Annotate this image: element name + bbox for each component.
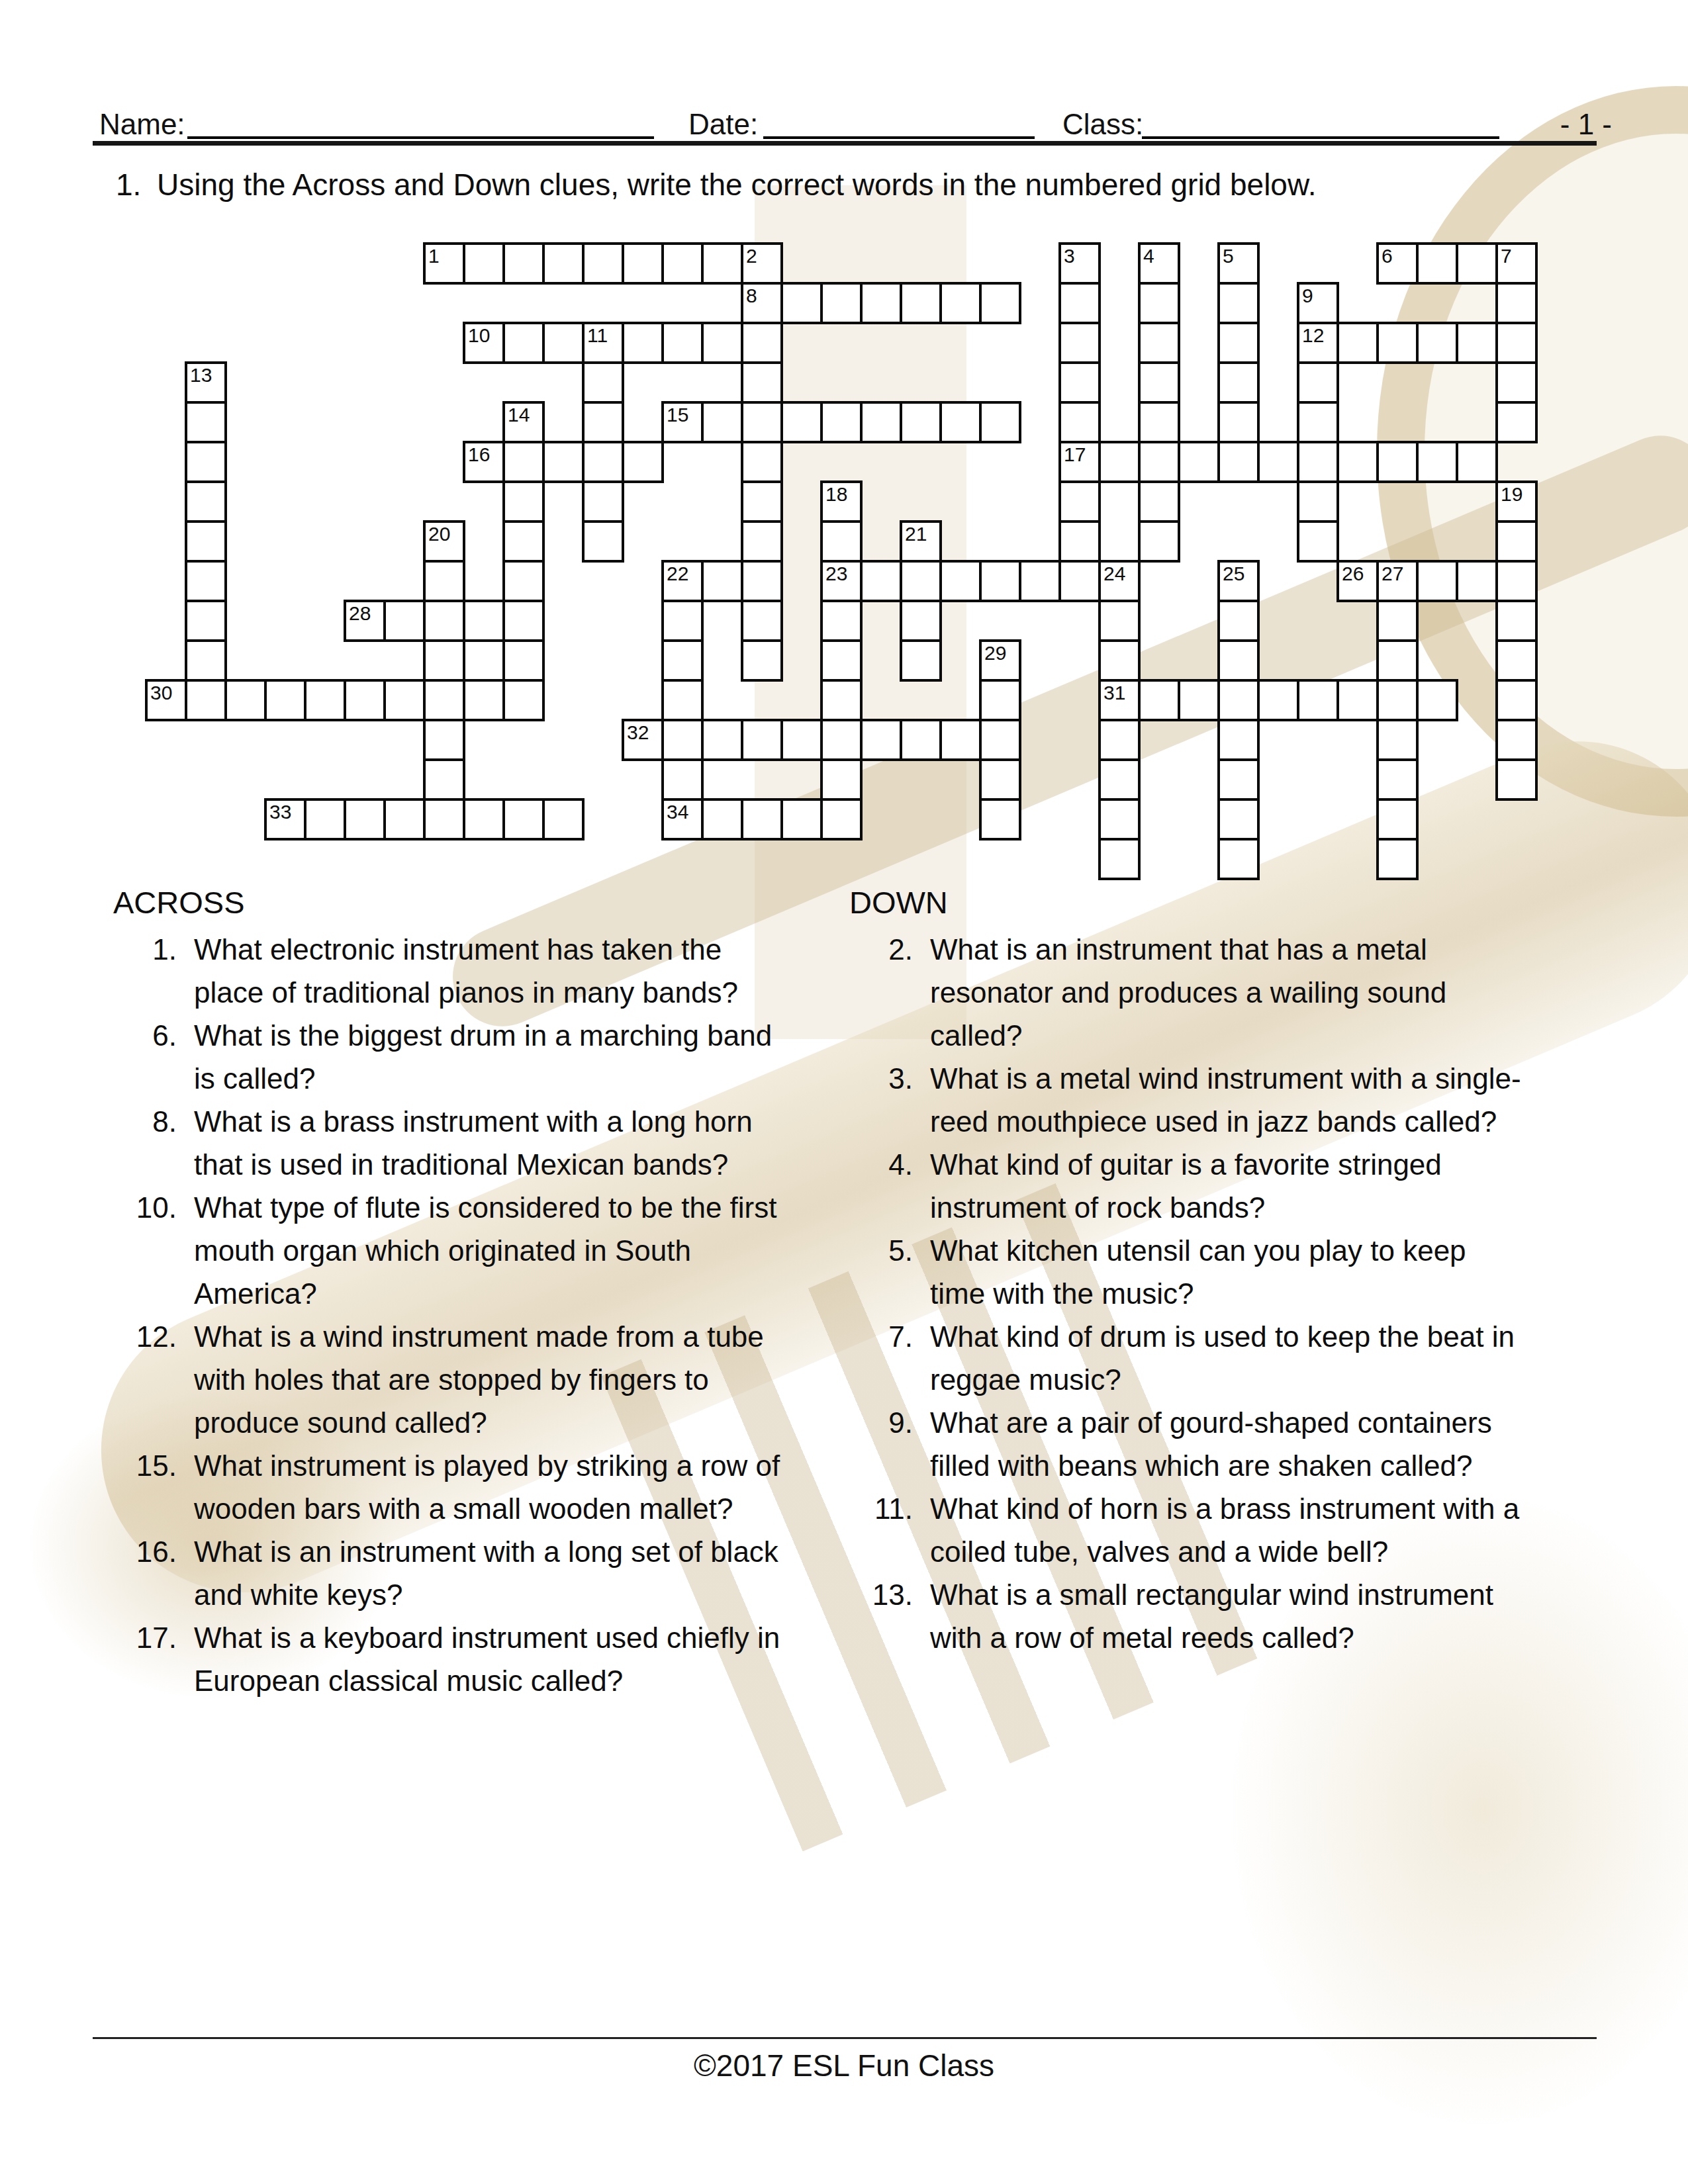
grid-cell[interactable]: [741, 520, 783, 563]
grid-cell[interactable]: [224, 679, 267, 721]
class-label: Class:: [1062, 108, 1143, 141]
grid-cell[interactable]: [423, 719, 465, 761]
clue-text: What are a pair of gourd-shaped containe…: [930, 1401, 1526, 1487]
grid-cell[interactable]: [542, 242, 585, 285]
grid-cell[interactable]: [185, 679, 227, 721]
date-input-line[interactable]: [763, 99, 1035, 139]
class-input-line[interactable]: [1142, 99, 1499, 139]
grid-cell[interactable]: 3: [1058, 242, 1101, 285]
grid-cell[interactable]: [1336, 679, 1379, 721]
grid-cell[interactable]: [701, 798, 743, 841]
grid-cell[interactable]: [1297, 480, 1339, 523]
grid-cell[interactable]: 26: [1336, 560, 1379, 602]
grid-cell[interactable]: [979, 798, 1021, 841]
grid-cell[interactable]: [741, 322, 783, 364]
grid-cell[interactable]: [1178, 679, 1220, 721]
grid-cell[interactable]: [1297, 441, 1339, 483]
grid-cell[interactable]: 25: [1217, 560, 1260, 602]
grid-cell[interactable]: 4: [1138, 242, 1180, 285]
cell-number: 5: [1223, 245, 1234, 267]
grid-cell[interactable]: [502, 560, 545, 602]
grid-cell[interactable]: [502, 242, 545, 285]
grid-cell[interactable]: 10: [463, 322, 505, 364]
grid-cell[interactable]: [1495, 679, 1538, 721]
grid-cell[interactable]: [661, 719, 704, 761]
grid-cell[interactable]: [1098, 758, 1141, 801]
name-input-line[interactable]: [187, 99, 654, 139]
grid-cell[interactable]: [701, 560, 743, 602]
grid-cell[interactable]: [1495, 560, 1538, 602]
grid-cell[interactable]: [741, 798, 783, 841]
grid-cell[interactable]: [741, 480, 783, 523]
grid-cell[interactable]: [304, 798, 346, 841]
grid-cell[interactable]: [502, 679, 545, 721]
clue-number: 7.: [849, 1315, 913, 1401]
grid-cell[interactable]: [1098, 719, 1141, 761]
grid-cell[interactable]: [1217, 441, 1260, 483]
footer-divider: [93, 2037, 1597, 2039]
grid-cell[interactable]: [820, 600, 863, 642]
grid-cell[interactable]: [1416, 242, 1458, 285]
grid-cell[interactable]: 28: [344, 600, 386, 642]
grid-cell[interactable]: [939, 719, 982, 761]
grid-cell[interactable]: [1416, 679, 1458, 721]
grid-cell[interactable]: [741, 639, 783, 682]
grid-cell[interactable]: 31: [1098, 679, 1141, 721]
clue-item: 4.What kind of guitar is a favorite stri…: [849, 1143, 1607, 1229]
grid-cell[interactable]: 7: [1495, 242, 1538, 285]
grid-cell[interactable]: 13: [185, 361, 227, 404]
grid-cell[interactable]: 16: [463, 441, 505, 483]
grid-cell[interactable]: [1257, 441, 1299, 483]
grid-cell[interactable]: [741, 560, 783, 602]
cell-number: 6: [1382, 245, 1393, 267]
clue-number: 10.: [113, 1186, 177, 1315]
grid-cell[interactable]: 19: [1495, 480, 1538, 523]
grid-cell[interactable]: [1495, 639, 1538, 682]
grid-cell[interactable]: [1217, 600, 1260, 642]
grid-cell[interactable]: [463, 242, 505, 285]
grid-cell[interactable]: [1098, 838, 1141, 880]
grid-cell[interactable]: [423, 639, 465, 682]
grid-cell[interactable]: [979, 758, 1021, 801]
grid-cell[interactable]: [1019, 560, 1061, 602]
grid-cell[interactable]: [860, 401, 902, 443]
grid-cell[interactable]: [582, 480, 624, 523]
grid-cell[interactable]: [1495, 322, 1538, 364]
clue-item: 6.What is the biggest drum in a marching…: [113, 1014, 848, 1100]
cell-number: 20: [428, 523, 450, 545]
grid-cell[interactable]: [1297, 401, 1339, 443]
grid-cell[interactable]: [1217, 719, 1260, 761]
grid-cell[interactable]: [1376, 322, 1419, 364]
cell-number: 4: [1143, 245, 1154, 267]
grid-cell[interactable]: [1138, 520, 1180, 563]
grid-cell[interactable]: [463, 798, 505, 841]
grid-cell[interactable]: 1: [423, 242, 465, 285]
grid-cell[interactable]: [1217, 401, 1260, 443]
name-label: Name:: [99, 108, 185, 141]
clue-item: 7.What kind of drum is used to keep the …: [849, 1315, 1607, 1401]
grid-cell[interactable]: [1058, 480, 1101, 523]
grid-cell[interactable]: 27: [1376, 560, 1419, 602]
grid-cell[interactable]: [741, 401, 783, 443]
grid-cell[interactable]: [1257, 679, 1299, 721]
grid-cell[interactable]: [622, 322, 664, 364]
clue-item: 1.What electronic instrument has taken t…: [113, 928, 848, 1014]
grid-cell[interactable]: [185, 401, 227, 443]
grid-cell[interactable]: [1416, 322, 1458, 364]
cell-number: 32: [627, 721, 649, 744]
grid-cell[interactable]: 23: [820, 560, 863, 602]
grid-cell[interactable]: [661, 322, 704, 364]
grid-cell[interactable]: [1376, 719, 1419, 761]
grid-cell[interactable]: [820, 798, 863, 841]
grid-cell[interactable]: [185, 520, 227, 563]
grid-cell[interactable]: [900, 282, 942, 324]
clue-number: 13.: [849, 1573, 913, 1659]
grid-cell[interactable]: [1217, 838, 1260, 880]
grid-cell[interactable]: [1376, 679, 1419, 721]
grid-cell[interactable]: [502, 322, 545, 364]
grid-cell[interactable]: 34: [661, 798, 704, 841]
grid-cell[interactable]: 8: [741, 282, 783, 324]
grid-cell[interactable]: [860, 282, 902, 324]
grid-cell[interactable]: [185, 480, 227, 523]
clue-number: 17.: [113, 1616, 177, 1702]
grid-cell[interactable]: [622, 242, 664, 285]
grid-cell[interactable]: [1376, 758, 1419, 801]
page-number: - 1 -: [1542, 108, 1612, 141]
grid-cell[interactable]: 2: [741, 242, 783, 285]
cell-number: 33: [269, 801, 291, 823]
clue-text: What is a metal wind instrument with a s…: [930, 1057, 1526, 1143]
cell-number: 23: [825, 563, 847, 585]
grid-cell[interactable]: [1376, 441, 1419, 483]
grid-cell[interactable]: [979, 679, 1021, 721]
grid-cell[interactable]: 30: [145, 679, 187, 721]
cell-number: 7: [1501, 245, 1512, 267]
cell-number: 25: [1223, 563, 1244, 585]
down-title: DOWN: [849, 884, 948, 921]
cell-number: 2: [746, 245, 757, 267]
grid-cell[interactable]: [979, 401, 1021, 443]
grid-cell[interactable]: [344, 798, 386, 841]
grid-cell[interactable]: [820, 758, 863, 801]
grid-cell[interactable]: [502, 798, 545, 841]
cell-number: 19: [1501, 483, 1523, 506]
grid-cell[interactable]: 22: [661, 560, 704, 602]
grid-cell[interactable]: [542, 798, 585, 841]
grid-cell[interactable]: [185, 639, 227, 682]
clue-text: What is a brass instrument with a long h…: [194, 1100, 790, 1186]
grid-cell[interactable]: [344, 679, 386, 721]
grid-cell[interactable]: [1456, 242, 1498, 285]
grid-cell[interactable]: 29: [979, 639, 1021, 682]
grid-cell[interactable]: [820, 282, 863, 324]
grid-cell[interactable]: [1138, 361, 1180, 404]
grid-cell[interactable]: [1217, 282, 1260, 324]
grid-cell[interactable]: [900, 719, 942, 761]
grid-cell[interactable]: 9: [1297, 282, 1339, 324]
grid-cell[interactable]: [1376, 838, 1419, 880]
grid-cell[interactable]: [423, 798, 465, 841]
grid-cell[interactable]: [741, 361, 783, 404]
grid-cell[interactable]: [582, 401, 624, 443]
grid-cell[interactable]: [661, 758, 704, 801]
grid-cell[interactable]: [780, 798, 823, 841]
grid-cell[interactable]: [780, 401, 823, 443]
grid-cell[interactable]: [1058, 560, 1101, 602]
grid-cell[interactable]: [1058, 361, 1101, 404]
clue-item: 16.What is an instrument with a long set…: [113, 1530, 848, 1616]
grid-cell[interactable]: [701, 242, 743, 285]
grid-cell[interactable]: [860, 560, 902, 602]
date-label: Date:: [688, 108, 758, 141]
grid-cell[interactable]: 24: [1098, 560, 1141, 602]
cell-number: 26: [1342, 563, 1364, 585]
grid-cell[interactable]: [1217, 758, 1260, 801]
grid-cell[interactable]: [820, 520, 863, 563]
clue-number: 12.: [113, 1315, 177, 1444]
grid-cell[interactable]: [1098, 639, 1141, 682]
grid-cell[interactable]: [463, 679, 505, 721]
clue-number: 15.: [113, 1444, 177, 1530]
grid-cell[interactable]: [1138, 679, 1180, 721]
grid-cell[interactable]: 5: [1217, 242, 1260, 285]
clue-text: What is an instrument with a long set of…: [194, 1530, 790, 1616]
grid-cell[interactable]: [383, 679, 426, 721]
copyright: ©2017 ESL Fun Class: [0, 2048, 1688, 2083]
grid-cell[interactable]: [383, 600, 426, 642]
grid-cell[interactable]: [741, 719, 783, 761]
grid-cell[interactable]: [542, 322, 585, 364]
grid-cell[interactable]: [1495, 401, 1538, 443]
grid-cell[interactable]: [1336, 322, 1379, 364]
grid-cell[interactable]: [582, 242, 624, 285]
clue-item: 13.What is a small rectangular wind inst…: [849, 1573, 1607, 1659]
clue-number: 16.: [113, 1530, 177, 1616]
instruction: 1. Using the Across and Down clues, writ…: [116, 163, 1342, 207]
grid-cell[interactable]: [1297, 679, 1339, 721]
grid-cell[interactable]: [1098, 441, 1141, 483]
cell-number: 28: [349, 602, 371, 625]
grid-cell[interactable]: 11: [582, 322, 624, 364]
clue-text: What is an instrument that has a metal r…: [930, 928, 1526, 1057]
grid-cell[interactable]: [939, 401, 982, 443]
grid-cell[interactable]: [423, 679, 465, 721]
grid-cell[interactable]: [661, 600, 704, 642]
cell-number: 1: [428, 245, 440, 267]
crossword-grid: 1234567891011121314151617181920212223242…: [145, 242, 1535, 878]
header-divider: [93, 141, 1597, 146]
cell-number: 34: [667, 801, 688, 823]
grid-cell[interactable]: [423, 758, 465, 801]
grid-cell[interactable]: [780, 719, 823, 761]
grid-cell[interactable]: [780, 282, 823, 324]
grid-cell[interactable]: [1297, 520, 1339, 563]
grid-cell[interactable]: [185, 441, 227, 483]
clue-text: What is a keyboard instrument used chief…: [194, 1616, 790, 1702]
clue-item: 10.What type of flute is considered to b…: [113, 1186, 848, 1315]
grid-cell[interactable]: [1217, 679, 1260, 721]
across-clue-list: 1.What electronic instrument has taken t…: [113, 928, 848, 1702]
grid-cell[interactable]: [185, 600, 227, 642]
grid-cell[interactable]: [939, 560, 982, 602]
instruction-text: Using the Across and Down clues, write t…: [157, 163, 1342, 207]
clue-item: 12.What is a wind instrument made from a…: [113, 1315, 848, 1444]
grid-cell[interactable]: [1098, 600, 1141, 642]
clue-text: What instrument is played by striking a …: [194, 1444, 790, 1530]
cell-number: 17: [1064, 443, 1086, 466]
grid-cell[interactable]: [661, 639, 704, 682]
grid-cell[interactable]: [979, 560, 1021, 602]
grid-cell[interactable]: 14: [502, 401, 545, 443]
grid-cell[interactable]: [820, 639, 863, 682]
grid-cell[interactable]: [502, 639, 545, 682]
grid-cell[interactable]: [701, 719, 743, 761]
grid-cell[interactable]: [1376, 639, 1419, 682]
grid-cell[interactable]: 32: [622, 719, 664, 761]
grid-cell[interactable]: 17: [1058, 441, 1101, 483]
grid-cell[interactable]: [900, 600, 942, 642]
clue-text: What kitchen utensil can you play to kee…: [930, 1229, 1526, 1315]
grid-cell[interactable]: [820, 679, 863, 721]
grid-cell[interactable]: [423, 560, 465, 602]
grid-cell[interactable]: [1058, 520, 1101, 563]
clue-text: What type of flute is considered to be t…: [194, 1186, 790, 1315]
grid-cell[interactable]: [1138, 282, 1180, 324]
grid-cell[interactable]: [1495, 600, 1538, 642]
clue-item: 15.What instrument is played by striking…: [113, 1444, 848, 1530]
grid-cell[interactable]: [185, 560, 227, 602]
cell-number: 15: [667, 404, 688, 426]
clue-text: What electronic instrument has taken the…: [194, 928, 790, 1014]
clue-number: 8.: [113, 1100, 177, 1186]
cell-number: 9: [1302, 285, 1313, 307]
grid-cell[interactable]: [1495, 758, 1538, 801]
grid-cell[interactable]: [582, 361, 624, 404]
grid-cell[interactable]: [582, 520, 624, 563]
grid-cell[interactable]: [1217, 639, 1260, 682]
grid-cell[interactable]: [1376, 798, 1419, 841]
grid-cell[interactable]: [542, 441, 585, 483]
grid-cell[interactable]: [1495, 719, 1538, 761]
grid-cell[interactable]: [1456, 560, 1498, 602]
grid-cell[interactable]: [661, 242, 704, 285]
grid-cell[interactable]: [582, 441, 624, 483]
grid-cell[interactable]: 33: [264, 798, 306, 841]
grid-cell[interactable]: [1058, 322, 1101, 364]
grid-cell[interactable]: [1376, 600, 1419, 642]
clue-number: 1.: [113, 928, 177, 1014]
down-clue-list: 2.What is an instrument that has a metal…: [849, 928, 1607, 1659]
grid-cell[interactable]: [900, 401, 942, 443]
grid-cell[interactable]: [1297, 361, 1339, 404]
grid-cell[interactable]: [1336, 441, 1379, 483]
cell-number: 3: [1064, 245, 1075, 267]
cell-number: 22: [667, 563, 688, 585]
grid-cell[interactable]: [383, 798, 426, 841]
grid-cell[interactable]: [1495, 520, 1538, 563]
grid-cell[interactable]: [820, 719, 863, 761]
clue-item: 11.What kind of horn is a brass instrume…: [849, 1487, 1607, 1573]
grid-cell[interactable]: [502, 441, 545, 483]
grid-cell[interactable]: 18: [820, 480, 863, 523]
grid-cell[interactable]: [304, 679, 346, 721]
grid-cell[interactable]: [502, 480, 545, 523]
grid-cell[interactable]: [1416, 441, 1458, 483]
grid-cell[interactable]: [463, 600, 505, 642]
grid-cell[interactable]: [502, 520, 545, 563]
cell-number: 21: [905, 523, 927, 545]
grid-cell[interactable]: 21: [900, 520, 942, 563]
grid-cell[interactable]: [423, 600, 465, 642]
worksheet-page: Name: Date: Class: - 1 - 1. Using the Ac…: [0, 0, 1688, 2184]
grid-cell[interactable]: 12: [1297, 322, 1339, 364]
grid-cell[interactable]: [1456, 322, 1498, 364]
grid-cell[interactable]: [1058, 282, 1101, 324]
grid-cell[interactable]: [860, 719, 902, 761]
clue-number: 2.: [849, 928, 913, 1057]
grid-cell[interactable]: [1495, 282, 1538, 324]
clue-number: 5.: [849, 1229, 913, 1315]
grid-cell[interactable]: 15: [661, 401, 704, 443]
grid-cell[interactable]: [264, 679, 306, 721]
grid-cell[interactable]: [741, 600, 783, 642]
cell-number: 11: [587, 324, 608, 347]
grid-cell[interactable]: [1138, 441, 1180, 483]
cell-number: 8: [746, 285, 757, 307]
instruction-number: 1.: [116, 163, 157, 207]
grid-cell[interactable]: [1416, 560, 1458, 602]
grid-cell[interactable]: [979, 282, 1021, 324]
grid-cell[interactable]: [1138, 322, 1180, 364]
grid-cell[interactable]: [939, 282, 982, 324]
grid-cell[interactable]: [1217, 361, 1260, 404]
clue-text: What kind of drum is used to keep the be…: [930, 1315, 1526, 1401]
grid-cell[interactable]: [701, 401, 743, 443]
grid-cell[interactable]: [1217, 322, 1260, 364]
grid-cell[interactable]: [1178, 441, 1220, 483]
grid-cell[interactable]: [1495, 361, 1538, 404]
cell-number: 16: [468, 443, 490, 466]
grid-cell[interactable]: [1138, 480, 1180, 523]
grid-cell[interactable]: 6: [1376, 242, 1419, 285]
grid-cell[interactable]: [900, 560, 942, 602]
grid-cell[interactable]: [622, 441, 664, 483]
cell-number: 29: [984, 642, 1006, 664]
grid-cell[interactable]: [1217, 798, 1260, 841]
clue-number: 4.: [849, 1143, 913, 1229]
grid-cell[interactable]: [979, 719, 1021, 761]
grid-cell[interactable]: [900, 639, 942, 682]
clue-text: What kind of guitar is a favorite string…: [930, 1143, 1526, 1229]
grid-cell[interactable]: [661, 679, 704, 721]
grid-cell[interactable]: [1138, 401, 1180, 443]
grid-cell[interactable]: 20: [423, 520, 465, 563]
grid-cell[interactable]: [1098, 798, 1141, 841]
clue-item: 3.What is a metal wind instrument with a…: [849, 1057, 1607, 1143]
cell-number: 18: [825, 483, 847, 506]
grid-cell[interactable]: [1456, 441, 1498, 483]
grid-cell[interactable]: [701, 322, 743, 364]
grid-cell[interactable]: [1058, 401, 1101, 443]
grid-cell[interactable]: [741, 441, 783, 483]
grid-cell[interactable]: [820, 401, 863, 443]
clue-text: What kind of horn is a brass instrument …: [930, 1487, 1526, 1573]
grid-cell[interactable]: [502, 600, 545, 642]
